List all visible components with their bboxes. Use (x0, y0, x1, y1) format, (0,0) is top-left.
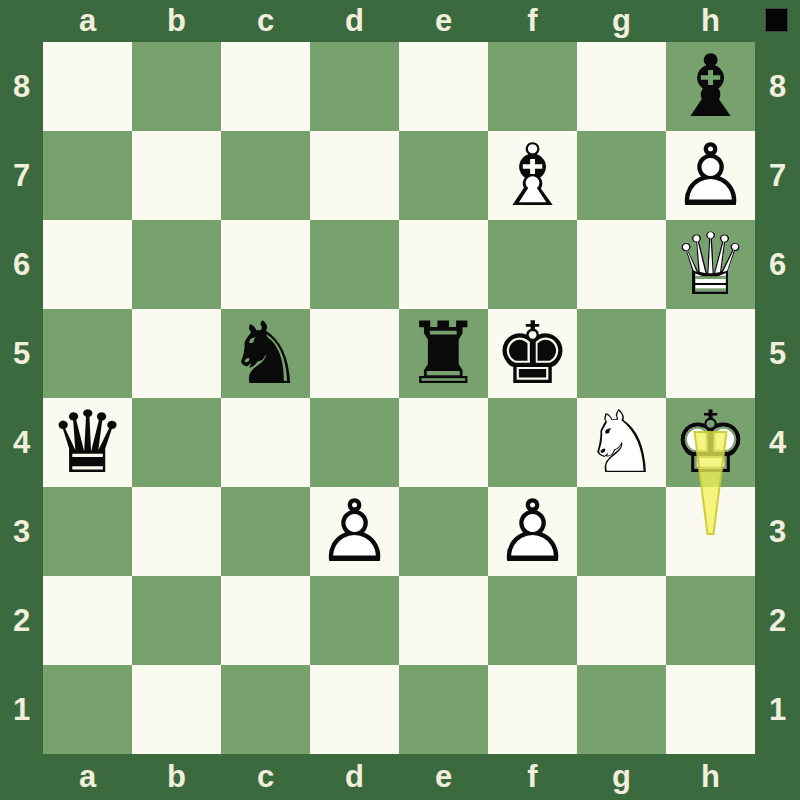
rank-labels-right: 87654321 (755, 42, 800, 754)
rank-label-5: 5 (0, 309, 43, 398)
file-label-h: h (666, 754, 755, 800)
piece-outline: ♗ (494, 131, 571, 220)
file-label-f: f (488, 754, 577, 800)
black-queen-icon: ♛ (43, 398, 132, 487)
square-d3[interactable]: ♟♙ (310, 487, 399, 576)
piece-outline: ♕ (672, 220, 749, 309)
black-knight-icon: ♞ (221, 309, 310, 398)
square-c6[interactable] (221, 220, 310, 309)
square-c7[interactable] (221, 131, 310, 220)
black-king-icon: ♚ (488, 309, 577, 398)
square-b4[interactable] (132, 398, 221, 487)
piece-outline: ♔ (672, 398, 749, 487)
square-f2[interactable] (488, 576, 577, 665)
square-g8[interactable] (577, 42, 666, 131)
square-h4[interactable]: ♚♔ (666, 398, 755, 487)
rank-label-1: 1 (755, 665, 800, 754)
chess-diagram: abcdefgh abcdefgh 87654321 87654321 ♝♝♗♟… (0, 0, 800, 800)
rank-label-2: 2 (755, 576, 800, 665)
rank-label-1: 1 (0, 665, 43, 754)
square-b2[interactable] (132, 576, 221, 665)
file-label-d: d (310, 0, 399, 42)
white-bishop-icon: ♝♗ (488, 131, 577, 220)
rank-label-2: 2 (0, 576, 43, 665)
rank-label-3: 3 (755, 487, 800, 576)
square-b7[interactable] (132, 131, 221, 220)
file-label-d: d (310, 754, 399, 800)
square-e3[interactable] (399, 487, 488, 576)
square-b1[interactable] (132, 665, 221, 754)
square-c8[interactable] (221, 42, 310, 131)
file-labels-bottom: abcdefgh (43, 754, 755, 800)
black-rook-icon: ♜ (399, 309, 488, 398)
square-d7[interactable] (310, 131, 399, 220)
square-e5[interactable]: ♜ (399, 309, 488, 398)
file-label-a: a (43, 754, 132, 800)
file-label-e: e (399, 754, 488, 800)
white-pawn-icon: ♟♙ (310, 487, 399, 576)
file-label-e: e (399, 0, 488, 42)
square-b3[interactable] (132, 487, 221, 576)
square-a3[interactable] (43, 487, 132, 576)
piece-outline: ♙ (672, 131, 749, 220)
square-d8[interactable] (310, 42, 399, 131)
square-a2[interactable] (43, 576, 132, 665)
white-king-icon: ♚♔ (666, 398, 755, 487)
white-pawn-icon: ♟♙ (666, 131, 755, 220)
square-a1[interactable] (43, 665, 132, 754)
square-d5[interactable] (310, 309, 399, 398)
square-a6[interactable] (43, 220, 132, 309)
square-f6[interactable] (488, 220, 577, 309)
square-h7[interactable]: ♟♙ (666, 131, 755, 220)
piece-outline: ♙ (494, 487, 571, 576)
rank-label-3: 3 (0, 487, 43, 576)
square-h5[interactable] (666, 309, 755, 398)
file-label-a: a (43, 0, 132, 42)
file-label-c: c (221, 754, 310, 800)
square-c5[interactable]: ♞ (221, 309, 310, 398)
board: ♝♝♗♟♙♛♕♞♜♚♛♞♘♚♔♟♙♟♙ (43, 42, 755, 754)
square-d2[interactable] (310, 576, 399, 665)
square-g6[interactable] (577, 220, 666, 309)
square-f4[interactable] (488, 398, 577, 487)
square-b6[interactable] (132, 220, 221, 309)
piece-outline: ♙ (316, 487, 393, 576)
rank-label-6: 6 (755, 220, 800, 309)
rank-label-5: 5 (755, 309, 800, 398)
square-e4[interactable] (399, 398, 488, 487)
piece-outline: ♘ (583, 398, 660, 487)
square-c4[interactable] (221, 398, 310, 487)
rank-label-7: 7 (0, 131, 43, 220)
square-f5[interactable]: ♚ (488, 309, 577, 398)
square-d1[interactable] (310, 665, 399, 754)
white-knight-icon: ♞♘ (577, 398, 666, 487)
square-g7[interactable] (577, 131, 666, 220)
file-label-g: g (577, 0, 666, 42)
square-g1[interactable] (577, 665, 666, 754)
black-to-move-indicator (765, 8, 788, 32)
rank-label-8: 8 (0, 42, 43, 131)
square-b5[interactable] (132, 309, 221, 398)
square-e8[interactable] (399, 42, 488, 131)
square-b8[interactable] (132, 42, 221, 131)
file-label-g: g (577, 754, 666, 800)
square-h1[interactable] (666, 665, 755, 754)
square-f8[interactable] (488, 42, 577, 131)
square-e1[interactable] (399, 665, 488, 754)
file-label-b: b (132, 0, 221, 42)
square-f3[interactable]: ♟♙ (488, 487, 577, 576)
square-h8[interactable]: ♝ (666, 42, 755, 131)
square-f7[interactable]: ♝♗ (488, 131, 577, 220)
rank-label-4: 4 (755, 398, 800, 487)
square-a7[interactable] (43, 131, 132, 220)
square-h6[interactable]: ♛♕ (666, 220, 755, 309)
rank-label-6: 6 (0, 220, 43, 309)
square-g4[interactable]: ♞♘ (577, 398, 666, 487)
rank-labels-left: 87654321 (0, 42, 43, 754)
square-h2[interactable] (666, 576, 755, 665)
square-a5[interactable] (43, 309, 132, 398)
black-bishop-icon: ♝ (666, 42, 755, 131)
file-labels-top: abcdefgh (43, 0, 755, 42)
square-g5[interactable] (577, 309, 666, 398)
square-e2[interactable] (399, 576, 488, 665)
square-e6[interactable] (399, 220, 488, 309)
rank-label-4: 4 (0, 398, 43, 487)
square-d6[interactable] (310, 220, 399, 309)
square-c2[interactable] (221, 576, 310, 665)
square-g2[interactable] (577, 576, 666, 665)
square-e7[interactable] (399, 131, 488, 220)
square-a4[interactable]: ♛ (43, 398, 132, 487)
square-c1[interactable] (221, 665, 310, 754)
square-a8[interactable] (43, 42, 132, 131)
rank-label-7: 7 (755, 131, 800, 220)
square-f1[interactable] (488, 665, 577, 754)
file-label-c: c (221, 0, 310, 42)
file-label-f: f (488, 0, 577, 42)
white-pawn-icon: ♟♙ (488, 487, 577, 576)
square-d4[interactable] (310, 398, 399, 487)
rank-label-8: 8 (755, 42, 800, 131)
square-c3[interactable] (221, 487, 310, 576)
square-g3[interactable] (577, 487, 666, 576)
square-h3[interactable] (666, 487, 755, 576)
file-label-b: b (132, 754, 221, 800)
white-queen-icon: ♛♕ (666, 220, 755, 309)
